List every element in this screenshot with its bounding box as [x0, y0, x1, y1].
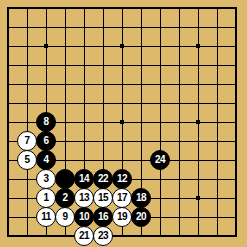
grid-line-vertical — [179, 8, 180, 236]
move-number-label: 13 — [79, 193, 89, 203]
grid-line-vertical — [217, 8, 218, 236]
move-number-label: 8 — [43, 117, 48, 127]
move-number-label: 21 — [79, 231, 89, 241]
stone-black-move-24[interactable]: 24 — [150, 150, 170, 170]
go-board[interactable]: 123456789101112131415161718192021222324 — [0, 0, 247, 247]
stone-white-move-19[interactable]: 19 — [112, 207, 132, 227]
move-number-label: 15 — [98, 193, 108, 203]
stone-black-move-22[interactable]: 22 — [93, 169, 113, 189]
move-number-label: 14 — [79, 174, 89, 184]
stone-black-setup[interactable] — [55, 169, 75, 189]
stone-black-move-18[interactable]: 18 — [131, 188, 151, 208]
stone-white-move-7[interactable]: 7 — [17, 131, 37, 151]
move-number-label: 18 — [136, 193, 146, 203]
move-number-label: 7 — [24, 136, 29, 146]
move-number-label: 12 — [117, 174, 127, 184]
stone-white-move-1[interactable]: 1 — [36, 188, 56, 208]
star-point — [120, 120, 124, 124]
move-number-label: 10 — [79, 212, 89, 222]
move-number-label: 16 — [98, 212, 108, 222]
stone-black-move-2[interactable]: 2 — [55, 188, 75, 208]
stone-black-move-10[interactable]: 10 — [74, 207, 94, 227]
stone-black-move-14[interactable]: 14 — [74, 169, 94, 189]
stone-black-move-12[interactable]: 12 — [112, 169, 132, 189]
stone-white-move-15[interactable]: 15 — [93, 188, 113, 208]
move-number-label: 4 — [43, 155, 48, 165]
star-point — [196, 120, 200, 124]
grid-line-vertical — [160, 8, 161, 236]
stone-white-move-23[interactable]: 23 — [93, 226, 113, 246]
stone-white-move-5[interactable]: 5 — [17, 150, 37, 170]
stone-black-move-4[interactable]: 4 — [36, 150, 56, 170]
star-point — [196, 44, 200, 48]
move-number-label: 20 — [136, 212, 146, 222]
move-number-label: 24 — [155, 155, 165, 165]
move-number-label: 23 — [98, 231, 108, 241]
stone-black-move-6[interactable]: 6 — [36, 131, 56, 151]
star-point — [196, 196, 200, 200]
stone-white-move-3[interactable]: 3 — [36, 169, 56, 189]
stone-white-move-11[interactable]: 11 — [36, 207, 56, 227]
move-number-label: 19 — [117, 212, 127, 222]
star-point — [120, 44, 124, 48]
move-number-label: 6 — [43, 136, 48, 146]
move-number-label: 11 — [41, 212, 51, 222]
stone-white-move-17[interactable]: 17 — [112, 188, 132, 208]
stone-black-move-8[interactable]: 8 — [36, 112, 56, 132]
move-number-label: 1 — [43, 193, 48, 203]
stone-black-move-16[interactable]: 16 — [93, 207, 113, 227]
move-number-label: 2 — [62, 193, 67, 203]
move-number-label: 22 — [98, 174, 108, 184]
stone-white-move-13[interactable]: 13 — [74, 188, 94, 208]
stone-white-move-21[interactable]: 21 — [74, 226, 94, 246]
move-number-label: 9 — [62, 212, 67, 222]
move-number-label: 3 — [43, 174, 48, 184]
stone-white-move-9[interactable]: 9 — [55, 207, 75, 227]
star-point — [44, 44, 48, 48]
move-number-label: 5 — [24, 155, 29, 165]
move-number-label: 17 — [117, 193, 127, 203]
stone-black-move-20[interactable]: 20 — [131, 207, 151, 227]
